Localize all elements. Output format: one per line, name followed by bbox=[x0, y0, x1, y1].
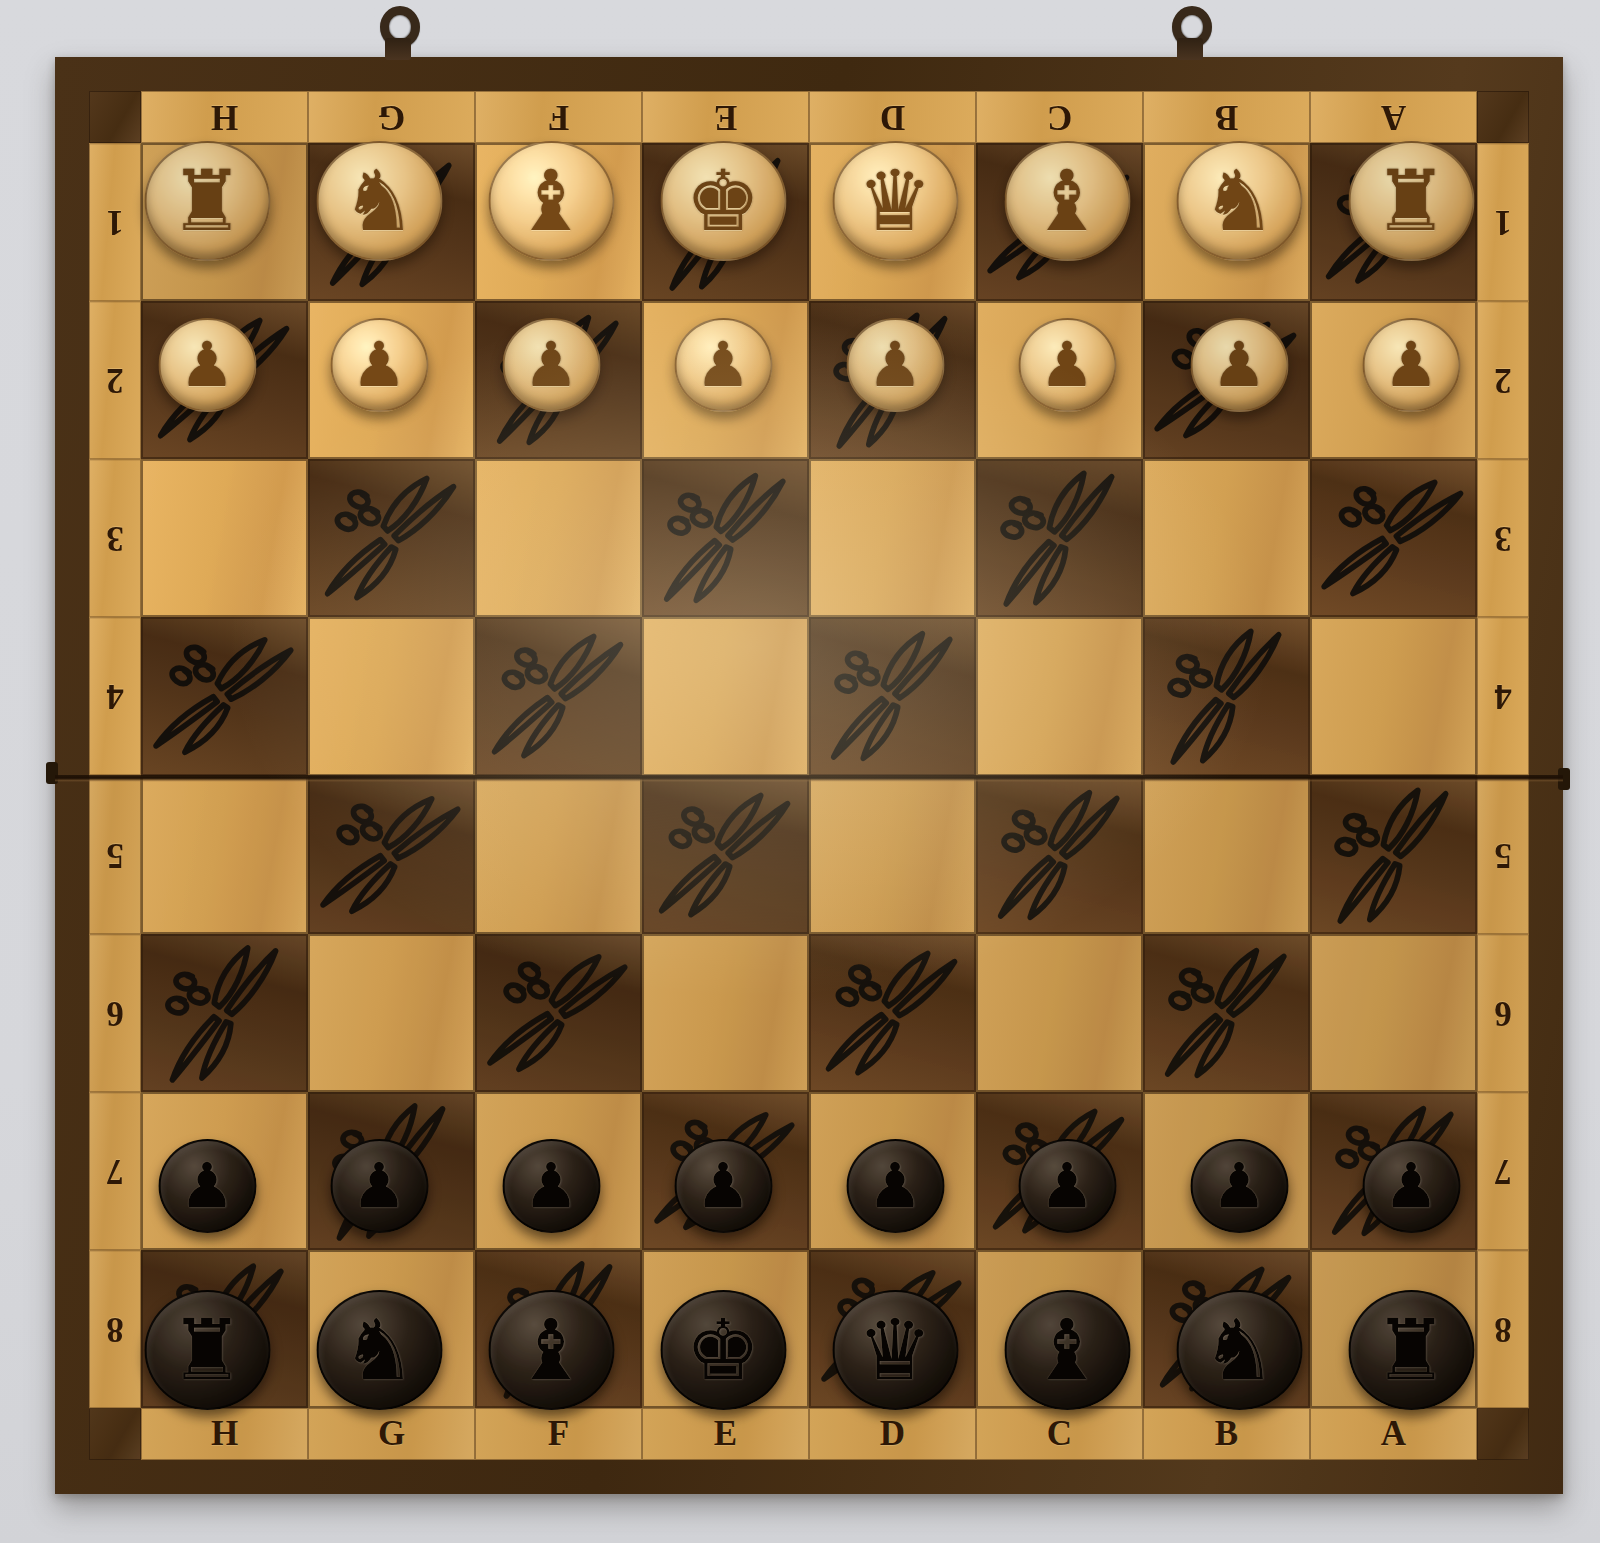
piece-white-pawn[interactable]: ♟ bbox=[812, 286, 979, 444]
square-e2[interactable]: ♟ bbox=[642, 301, 809, 459]
square-b4[interactable] bbox=[1143, 617, 1310, 775]
bishop-glyph-icon: ♝ bbox=[1029, 159, 1104, 243]
rook-glyph-icon: ♜ bbox=[169, 1308, 244, 1392]
square-f4[interactable] bbox=[475, 617, 642, 775]
square-g7[interactable]: ♟ bbox=[308, 1092, 475, 1250]
piece-black-knight[interactable]: ♞ bbox=[296, 1271, 463, 1429]
square-g4[interactable] bbox=[308, 617, 475, 775]
hanging-eyelet-icon bbox=[378, 6, 418, 58]
piece-black-rook[interactable]: ♜ bbox=[124, 1271, 291, 1429]
knight-glyph-icon: ♞ bbox=[1201, 1308, 1276, 1392]
piece-white-pawn[interactable]: ♟ bbox=[984, 286, 1151, 444]
square-g2[interactable]: ♟ bbox=[308, 301, 475, 459]
piece-white-pawn[interactable]: ♟ bbox=[640, 286, 807, 444]
chess-board: HGFEDCBA1♜ ♞♝ ♚♛ ♝♞ bbox=[55, 57, 1563, 1494]
square-c2[interactable]: ♟ bbox=[976, 301, 1143, 459]
square-b2[interactable]: ♟ bbox=[1143, 301, 1310, 459]
piece-black-pawn[interactable]: ♟ bbox=[296, 1107, 463, 1265]
square-a3[interactable] bbox=[1310, 459, 1477, 617]
piece-black-queen[interactable]: ♛ bbox=[812, 1271, 979, 1429]
pawn-glyph-icon: ♟ bbox=[1039, 334, 1095, 396]
piece-white-rook[interactable]: ♜ bbox=[124, 122, 291, 280]
knight-glyph-icon: ♞ bbox=[1201, 159, 1276, 243]
square-c8[interactable]: ♝ bbox=[976, 1250, 1143, 1408]
square-c7[interactable]: ♟ bbox=[976, 1092, 1143, 1250]
square-b8[interactable]: ♞ bbox=[1143, 1250, 1310, 1408]
square-e1[interactable]: ♚ bbox=[642, 143, 809, 301]
square-h3[interactable] bbox=[141, 459, 308, 617]
square-h4[interactable] bbox=[141, 617, 308, 775]
square-d7[interactable]: ♟ bbox=[809, 1092, 976, 1250]
rank-label-right-5: 5 bbox=[1477, 776, 1529, 934]
square-e4[interactable] bbox=[642, 617, 809, 775]
square-e6[interactable] bbox=[642, 934, 809, 1092]
rook-glyph-icon: ♜ bbox=[1373, 1308, 1448, 1392]
queen-glyph-icon: ♛ bbox=[857, 1308, 932, 1392]
square-g1[interactable]: ♞ bbox=[308, 143, 475, 301]
piece-white-pawn[interactable]: ♟ bbox=[468, 286, 635, 444]
flower-ornament-icon bbox=[483, 625, 634, 768]
square-g6[interactable] bbox=[308, 934, 475, 1092]
piece-white-pawn[interactable]: ♟ bbox=[296, 286, 463, 444]
pawn-glyph-icon: ♟ bbox=[1039, 1155, 1095, 1217]
piece-black-pawn[interactable]: ♟ bbox=[640, 1107, 807, 1265]
pawn-glyph-icon: ♟ bbox=[179, 334, 235, 396]
square-f7[interactable]: ♟ bbox=[475, 1092, 642, 1250]
pawn-glyph-icon: ♟ bbox=[867, 1155, 923, 1217]
square-c4[interactable] bbox=[976, 617, 1143, 775]
piece-white-pawn[interactable]: ♟ bbox=[1156, 286, 1323, 444]
square-a5[interactable] bbox=[1310, 776, 1477, 934]
square-d5[interactable] bbox=[809, 776, 976, 934]
knight-glyph-icon: ♞ bbox=[341, 159, 416, 243]
piece-white-knight[interactable]: ♞ bbox=[296, 122, 463, 280]
piece-black-bishop[interactable]: ♝ bbox=[468, 1271, 635, 1429]
square-a7[interactable]: ♟ bbox=[1310, 1092, 1477, 1250]
piece-black-pawn[interactable]: ♟ bbox=[1328, 1107, 1495, 1265]
rook-glyph-icon: ♜ bbox=[169, 159, 244, 243]
rank-label-right-1: 1 bbox=[1477, 143, 1529, 301]
square-a4[interactable] bbox=[1310, 617, 1477, 775]
square-g8[interactable]: ♞ bbox=[308, 1250, 475, 1408]
square-d8[interactable]: ♛ bbox=[809, 1250, 976, 1408]
flower-ornament-icon bbox=[1312, 460, 1475, 617]
square-d1[interactable]: ♛ bbox=[809, 143, 976, 301]
piece-white-king[interactable]: ♚ bbox=[640, 122, 807, 280]
rank-label-right-4: 4 bbox=[1477, 617, 1529, 775]
square-h2[interactable]: ♟ bbox=[141, 301, 308, 459]
piece-black-pawn[interactable]: ♟ bbox=[812, 1107, 979, 1265]
square-e3[interactable] bbox=[642, 459, 809, 617]
pawn-glyph-icon: ♟ bbox=[351, 1155, 407, 1217]
piece-white-pawn[interactable]: ♟ bbox=[124, 286, 291, 444]
square-b7[interactable]: ♟ bbox=[1143, 1092, 1310, 1250]
square-a8[interactable]: ♜ bbox=[1310, 1250, 1477, 1408]
pawn-glyph-icon: ♟ bbox=[179, 1155, 235, 1217]
square-a1[interactable]: ♜ bbox=[1310, 143, 1477, 301]
square-f6[interactable] bbox=[475, 934, 642, 1092]
rank-label-left-3: 3 bbox=[89, 459, 141, 617]
rank-label-right-3: 3 bbox=[1477, 459, 1529, 617]
square-b5[interactable] bbox=[1143, 776, 1310, 934]
pawn-glyph-icon: ♟ bbox=[695, 334, 751, 396]
rank-label-right-6: 6 bbox=[1477, 934, 1529, 1092]
bishop-glyph-icon: ♝ bbox=[1029, 1308, 1104, 1392]
flower-ornament-icon bbox=[1314, 778, 1473, 930]
eyelet-plate bbox=[1177, 38, 1203, 60]
square-d2[interactable]: ♟ bbox=[809, 301, 976, 459]
eyelet-plate bbox=[385, 38, 411, 60]
square-f5[interactable] bbox=[475, 776, 642, 934]
square-e7[interactable]: ♟ bbox=[642, 1092, 809, 1250]
rank-label-left-4: 4 bbox=[89, 617, 141, 775]
piece-black-king[interactable]: ♚ bbox=[640, 1271, 807, 1429]
flower-ornament-icon bbox=[311, 777, 472, 932]
pawn-glyph-icon: ♟ bbox=[1383, 334, 1439, 396]
rank-label-right-7: 7 bbox=[1477, 1092, 1529, 1250]
square-g3[interactable] bbox=[308, 459, 475, 617]
square-c3[interactable] bbox=[976, 459, 1143, 617]
square-b3[interactable] bbox=[1143, 459, 1310, 617]
piece-white-rook[interactable]: ♜ bbox=[1328, 122, 1495, 280]
pawn-glyph-icon: ♟ bbox=[523, 334, 579, 396]
flower-ornament-icon bbox=[478, 935, 639, 1090]
king-glyph-icon: ♚ bbox=[685, 1308, 760, 1392]
square-h7[interactable]: ♟ bbox=[141, 1092, 308, 1250]
piece-black-bishop[interactable]: ♝ bbox=[984, 1271, 1151, 1429]
square-a6[interactable] bbox=[1310, 934, 1477, 1092]
square-f8[interactable]: ♝ bbox=[475, 1250, 642, 1408]
square-b6[interactable] bbox=[1143, 934, 1310, 1092]
square-f2[interactable]: ♟ bbox=[475, 301, 642, 459]
square-c5[interactable] bbox=[976, 776, 1143, 934]
square-e8[interactable]: ♚ bbox=[642, 1250, 809, 1408]
flower-ornament-icon bbox=[144, 619, 305, 774]
pawn-glyph-icon: ♟ bbox=[1383, 1155, 1439, 1217]
square-f3[interactable] bbox=[475, 459, 642, 617]
square-c6[interactable] bbox=[976, 934, 1143, 1092]
square-h1[interactable]: ♜ bbox=[141, 143, 308, 301]
piece-white-pawn[interactable]: ♟ bbox=[1328, 286, 1495, 444]
pawn-glyph-icon: ♟ bbox=[523, 1155, 579, 1217]
king-glyph-icon: ♚ bbox=[685, 159, 760, 243]
piece-white-knight[interactable]: ♞ bbox=[1156, 122, 1323, 280]
flower-ornament-icon bbox=[818, 626, 966, 767]
flower-ornament-icon bbox=[651, 468, 799, 609]
square-g5[interactable] bbox=[308, 776, 475, 934]
flower-ornament-icon bbox=[817, 941, 968, 1084]
square-e5[interactable] bbox=[642, 776, 809, 934]
pawn-glyph-icon: ♟ bbox=[351, 334, 407, 396]
hanging-eyelet-icon bbox=[1170, 6, 1210, 58]
square-a2[interactable]: ♟ bbox=[1310, 301, 1477, 459]
rank-label-right-8: 8 bbox=[1477, 1250, 1529, 1408]
flower-ornament-icon bbox=[980, 462, 1139, 614]
piece-black-pawn[interactable]: ♟ bbox=[468, 1107, 635, 1265]
piece-white-bishop[interactable]: ♝ bbox=[984, 122, 1151, 280]
pawn-glyph-icon: ♟ bbox=[1211, 1155, 1267, 1217]
square-h5[interactable] bbox=[141, 776, 308, 934]
square-d3[interactable] bbox=[809, 459, 976, 617]
piece-black-pawn[interactable]: ♟ bbox=[1156, 1107, 1323, 1265]
flower-ornament-icon bbox=[1152, 942, 1300, 1083]
piece-black-pawn[interactable]: ♟ bbox=[124, 1107, 291, 1265]
flower-ornament-icon bbox=[985, 784, 1133, 925]
square-h6[interactable] bbox=[141, 934, 308, 1092]
piece-black-knight[interactable]: ♞ bbox=[1156, 1271, 1323, 1429]
pawn-glyph-icon: ♟ bbox=[695, 1155, 751, 1217]
pawn-glyph-icon: ♟ bbox=[867, 334, 923, 396]
bishop-glyph-icon: ♝ bbox=[513, 159, 588, 243]
rook-glyph-icon: ♜ bbox=[1373, 159, 1448, 243]
knight-glyph-icon: ♞ bbox=[341, 1308, 416, 1392]
square-c1[interactable]: ♝ bbox=[976, 143, 1143, 301]
fold-seam bbox=[55, 775, 1563, 782]
rank-label-right-2: 2 bbox=[1477, 301, 1529, 459]
square-f1[interactable]: ♝ bbox=[475, 143, 642, 301]
square-d4[interactable] bbox=[809, 617, 976, 775]
square-d6[interactable] bbox=[809, 934, 976, 1092]
pawn-glyph-icon: ♟ bbox=[1211, 334, 1267, 396]
bishop-glyph-icon: ♝ bbox=[513, 1308, 588, 1392]
flower-ornament-icon bbox=[1147, 620, 1306, 772]
queen-glyph-icon: ♛ bbox=[857, 159, 932, 243]
square-h8[interactable]: ♜ bbox=[141, 1250, 308, 1408]
flower-ornament-icon bbox=[316, 467, 467, 610]
square-b1[interactable]: ♞ bbox=[1143, 143, 1310, 301]
rank-label-left-6: 6 bbox=[89, 934, 141, 1092]
piece-black-pawn[interactable]: ♟ bbox=[984, 1107, 1151, 1265]
piece-white-queen[interactable]: ♛ bbox=[812, 122, 979, 280]
flower-ornament-icon bbox=[144, 935, 305, 1090]
piece-black-rook[interactable]: ♜ bbox=[1328, 1271, 1495, 1429]
flower-ornament-icon bbox=[650, 783, 801, 926]
piece-white-bishop[interactable]: ♝ bbox=[468, 122, 635, 280]
rank-label-left-5: 5 bbox=[89, 776, 141, 934]
